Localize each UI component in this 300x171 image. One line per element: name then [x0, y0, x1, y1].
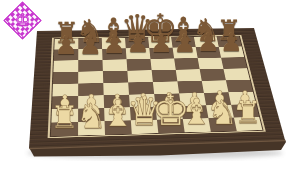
square-f7 [173, 47, 198, 58]
square-b1 [78, 121, 105, 135]
square-e1 [157, 119, 185, 133]
square-c7 [102, 48, 126, 59]
square-c1 [105, 120, 132, 134]
square-b4 [78, 83, 104, 96]
square-e7 [149, 48, 174, 59]
board-squares [51, 36, 263, 136]
square-d4 [128, 82, 154, 95]
square-a3 [52, 96, 78, 109]
square-b3 [78, 95, 104, 108]
square-d7 [126, 48, 151, 59]
chess-board [29, 28, 285, 148]
square-g6 [198, 58, 224, 70]
square-f1 [183, 118, 211, 132]
square-d1 [131, 120, 159, 134]
square-f6 [174, 58, 200, 70]
square-c6 [102, 59, 127, 71]
square-f8 [171, 37, 196, 48]
square-g2 [206, 105, 234, 119]
square-g4 [202, 80, 229, 93]
square-a8 [54, 38, 78, 49]
square-e4 [153, 81, 179, 94]
square-a4 [52, 84, 78, 97]
square-g8 [194, 36, 219, 47]
square-g1 [208, 118, 236, 132]
square-d5 [127, 70, 153, 82]
square-h3 [228, 92, 255, 105]
square-h5 [223, 68, 249, 80]
square-d8 [125, 37, 149, 48]
square-g5 [200, 69, 226, 81]
chessboard-product-photo[interactable]: ♚ ♜♞♝♛♚♝♞♜♟♟♟♟♟♟♟♟♟♟♟♟♟♟♟♟♜♞♝♛♚♝♞♜ [0, 0, 300, 171]
square-g3 [204, 92, 231, 105]
square-a7 [54, 49, 78, 61]
square-d6 [127, 59, 152, 71]
square-e2 [156, 106, 183, 120]
square-c5 [103, 71, 128, 83]
square-e8 [148, 37, 172, 48]
square-f4 [177, 81, 203, 94]
logo-king-icon: ♚ [15, 12, 30, 29]
square-h6 [221, 57, 247, 69]
square-a6 [53, 60, 78, 72]
square-b7 [78, 49, 102, 60]
square-b8 [78, 38, 102, 49]
square-d3 [129, 94, 155, 107]
square-a5 [53, 72, 78, 84]
square-h2 [231, 104, 259, 117]
square-h8 [216, 36, 241, 47]
square-c4 [103, 82, 129, 95]
square-a1 [51, 122, 78, 137]
square-b6 [78, 60, 103, 72]
square-e6 [150, 58, 175, 70]
square-f2 [181, 105, 209, 119]
square-f5 [176, 69, 202, 81]
square-g7 [196, 47, 221, 58]
square-e3 [154, 93, 181, 106]
square-c8 [102, 38, 126, 49]
square-e5 [152, 70, 178, 82]
square-b5 [78, 71, 103, 83]
square-b2 [78, 108, 104, 122]
square-h4 [226, 80, 253, 92]
square-a2 [51, 109, 78, 123]
square-c2 [104, 107, 131, 121]
square-h7 [219, 46, 245, 57]
square-f3 [179, 93, 206, 106]
square-h1 [234, 117, 263, 131]
square-d2 [130, 107, 157, 121]
square-c3 [104, 95, 130, 108]
